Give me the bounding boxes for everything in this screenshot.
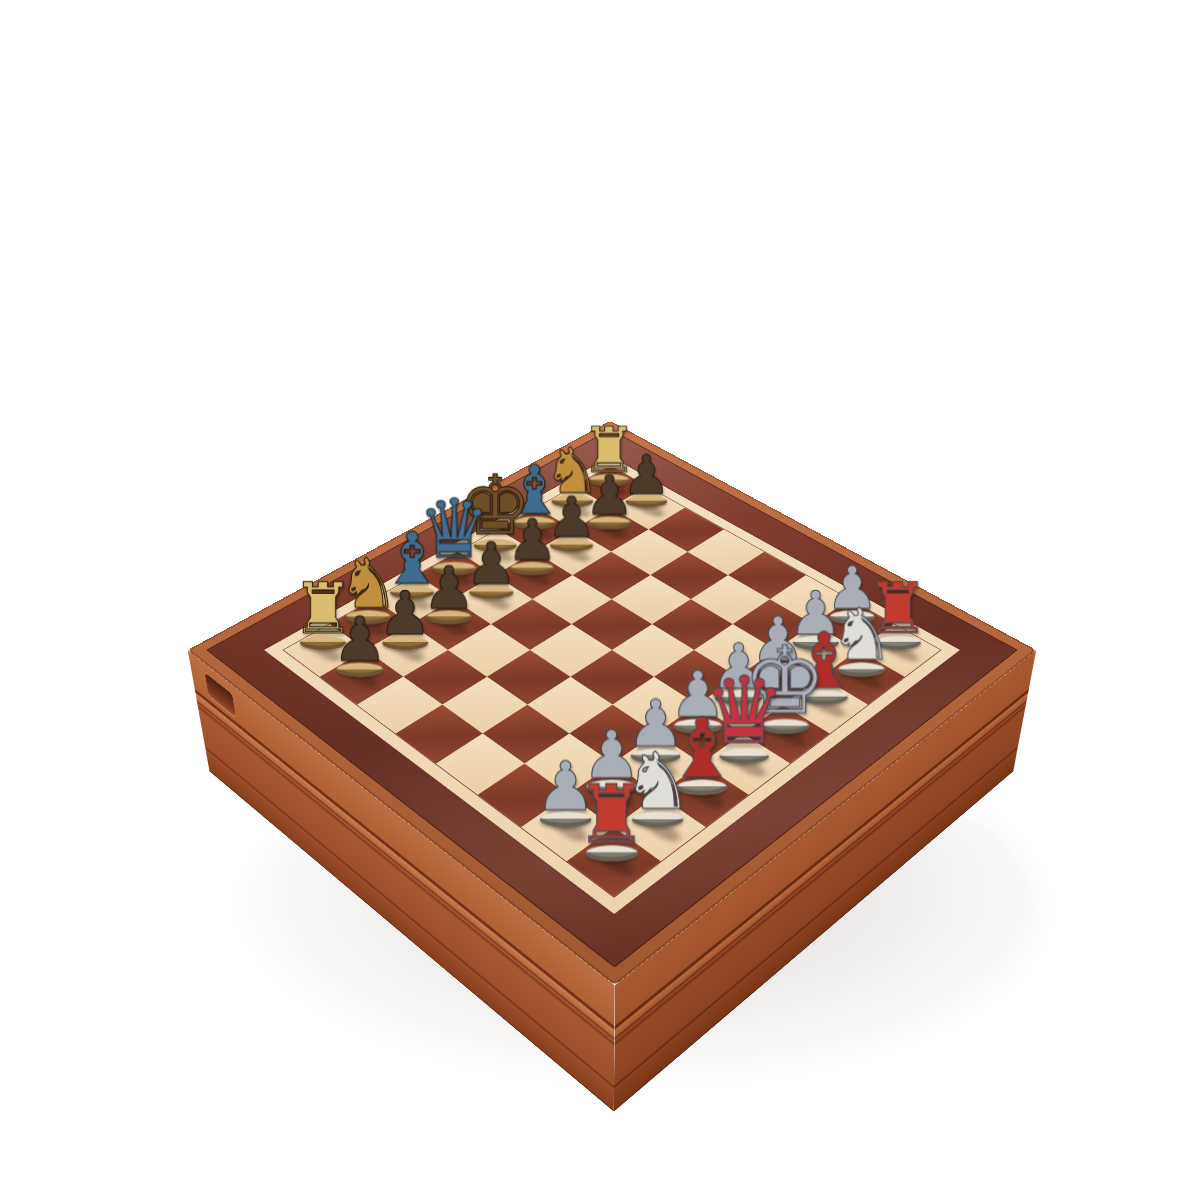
board-lid: ♜♟♟♜♞♟♟♞♝♟♟♝♚♟♟♚♛♟♟♛♝♟♟♝♞♟♟♞♜♟♟♜ xyxy=(188,421,1037,986)
scene-3d: ♜♟♟♜♞♟♟♞♝♟♟♝♚♟♟♚♛♟♟♛♝♟♟♝♞♟♟♞♜♟♟♜ xyxy=(0,0,1200,1200)
square-b5[interactable] xyxy=(442,677,527,734)
piece-glyph: ♜ xyxy=(576,777,648,851)
piece-glyph: ♟ xyxy=(332,612,387,668)
product-photo-scene: ♜♟♟♜♞♟♟♞♝♟♟♝♚♟♟♚♛♟♟♛♝♟♟♝♞♟♟♞♜♟♟♜ xyxy=(0,0,1200,1200)
